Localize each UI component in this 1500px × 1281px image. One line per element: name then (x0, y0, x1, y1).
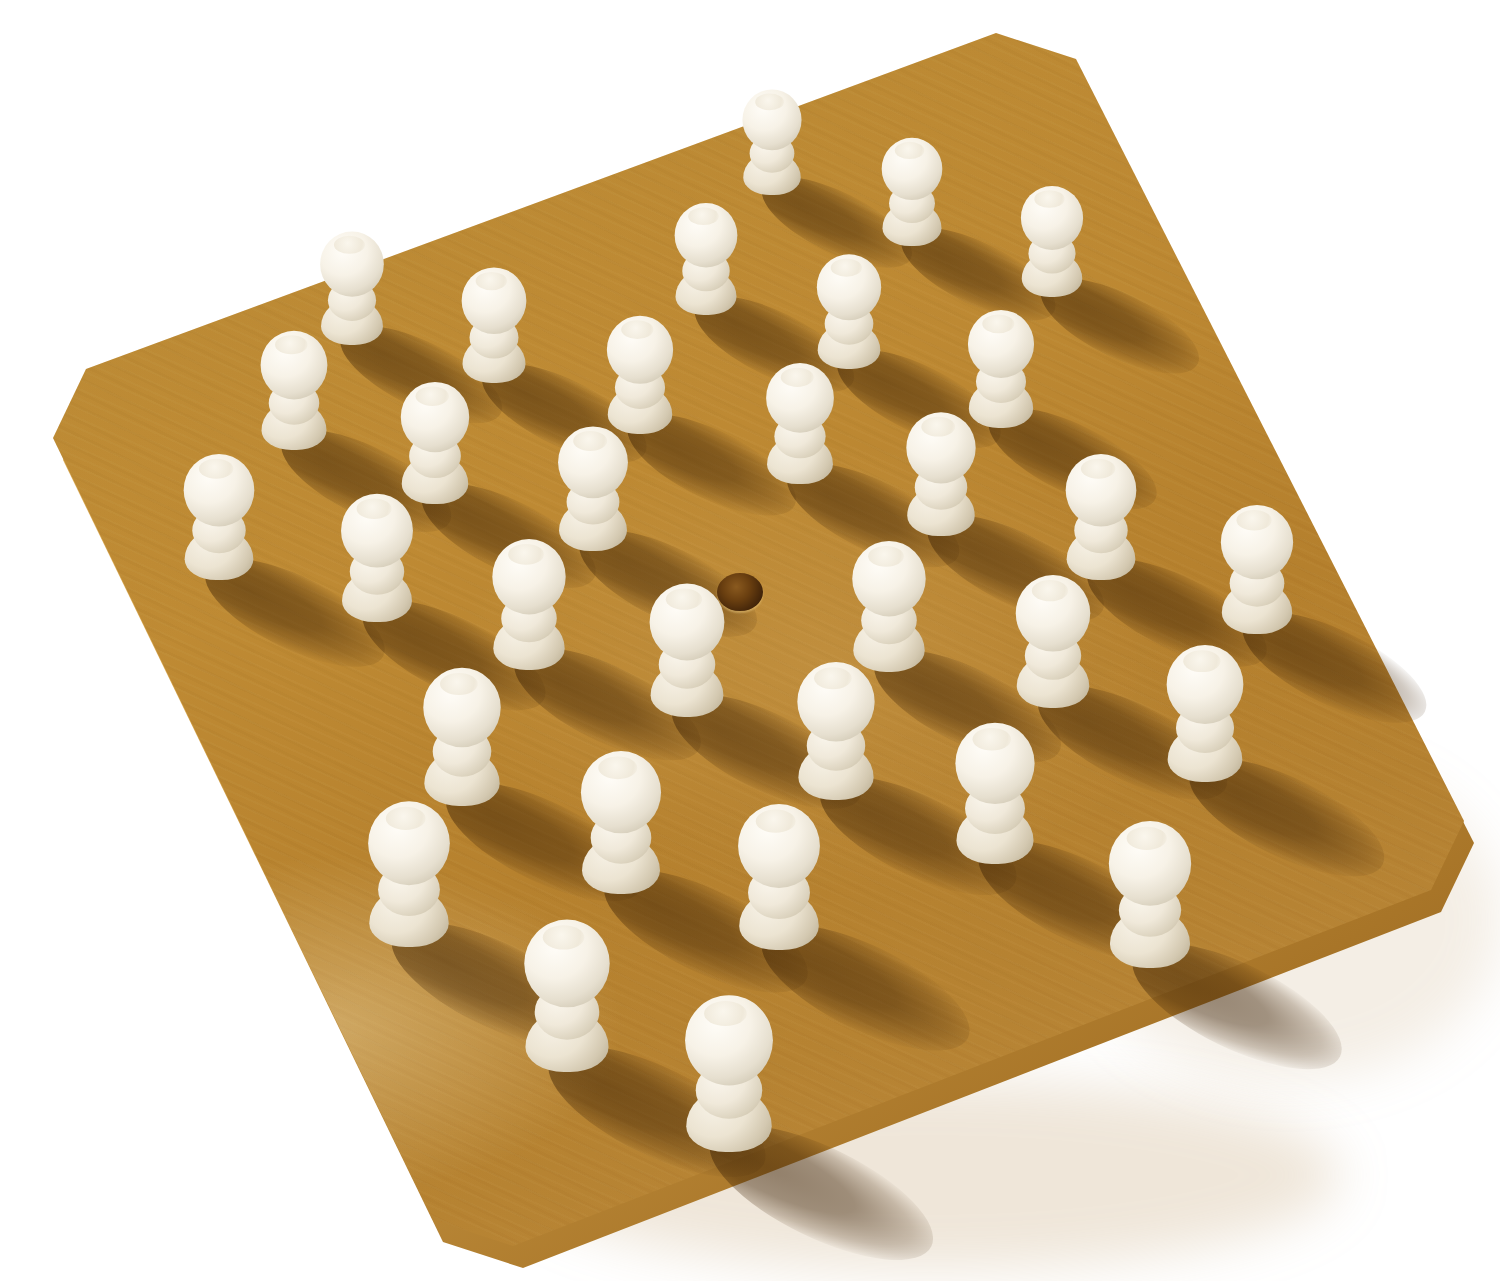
peg-turned-top-icon (755, 94, 784, 111)
varnish-sheen (0, 0, 1500, 1281)
scene (0, 0, 1500, 1281)
peg-turned-top-icon (334, 236, 365, 254)
